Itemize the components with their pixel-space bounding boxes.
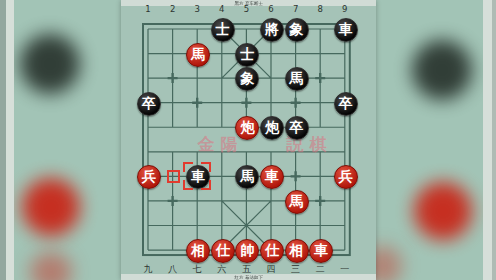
piece-black-soldier[interactable]: 卒 <box>137 92 161 116</box>
piece-black-horse[interactable]: 馬 <box>285 67 309 91</box>
file-number-bottom-8: 二 <box>316 263 325 276</box>
file-number-top-2: 2 <box>170 4 175 14</box>
piece-black-soldier[interactable]: 卒 <box>285 116 309 140</box>
watermark-char: 金 <box>198 133 215 156</box>
blurred-background-right <box>376 0 496 280</box>
piece-red-advisor[interactable]: 仕 <box>260 239 284 263</box>
screen-edge-strip <box>483 0 492 280</box>
watermark-char: 棋 <box>310 133 327 156</box>
watermark-char: 陽 <box>221 133 238 156</box>
file-number-bottom-6: 四 <box>267 263 276 276</box>
last-move-origin-marker <box>167 170 180 183</box>
xiangqi-board[interactable]: 黑方 弃车断士 123456789 金陽説棋 士將象車馬士象馬卒卒炮炮卒兵車馬車… <box>121 0 376 280</box>
file-number-bottom-5: 五 <box>242 263 251 276</box>
screen-edge-strip <box>492 0 496 280</box>
blurred-black-piece <box>20 34 80 94</box>
piece-black-soldier[interactable]: 卒 <box>334 92 358 116</box>
blurred-red-piece <box>376 246 402 280</box>
board-grid <box>121 0 376 280</box>
piece-red-advisor[interactable]: 仕 <box>211 239 235 263</box>
file-number-bottom-2: 八 <box>168 263 177 276</box>
file-number-bottom-7: 三 <box>291 263 300 276</box>
file-number-top-5: 5 <box>244 4 249 14</box>
piece-red-elephant[interactable]: 相 <box>285 239 309 263</box>
file-number-top-8: 8 <box>317 4 322 14</box>
file-number-top-3: 3 <box>194 4 199 14</box>
blurred-red-piece <box>30 252 72 280</box>
file-number-bottom-3: 七 <box>193 263 202 276</box>
piece-black-advisor[interactable]: 士 <box>211 18 235 42</box>
file-number-bottom-1: 九 <box>144 263 153 276</box>
screen-edge-strip <box>6 0 14 280</box>
piece-red-horse[interactable]: 馬 <box>285 190 309 214</box>
piece-black-advisor[interactable]: 士 <box>235 43 259 67</box>
piece-red-soldier[interactable]: 兵 <box>334 165 358 189</box>
file-number-top-7: 7 <box>293 4 298 14</box>
app-window: 黑方 弃车断士 123456789 金陽説棋 士將象車馬士象馬卒卒炮炮卒兵車馬車… <box>0 0 496 280</box>
file-number-bottom-4: 六 <box>217 263 226 276</box>
blurred-red-piece <box>22 178 80 236</box>
piece-black-chariot[interactable]: 車 <box>334 18 358 42</box>
blurred-black-piece <box>412 40 472 100</box>
file-number-top-1: 1 <box>145 4 150 14</box>
file-number-bottom-9: 一 <box>340 263 349 276</box>
piece-black-elephant[interactable]: 象 <box>285 18 309 42</box>
file-number-top-6: 6 <box>268 4 273 14</box>
file-number-top-9: 9 <box>342 4 347 14</box>
piece-red-horse[interactable]: 馬 <box>186 43 210 67</box>
blurred-background-left <box>0 0 121 280</box>
file-number-top-4: 4 <box>219 4 224 14</box>
piece-black-general[interactable]: 將 <box>260 18 284 42</box>
blurred-red-piece <box>414 182 472 240</box>
